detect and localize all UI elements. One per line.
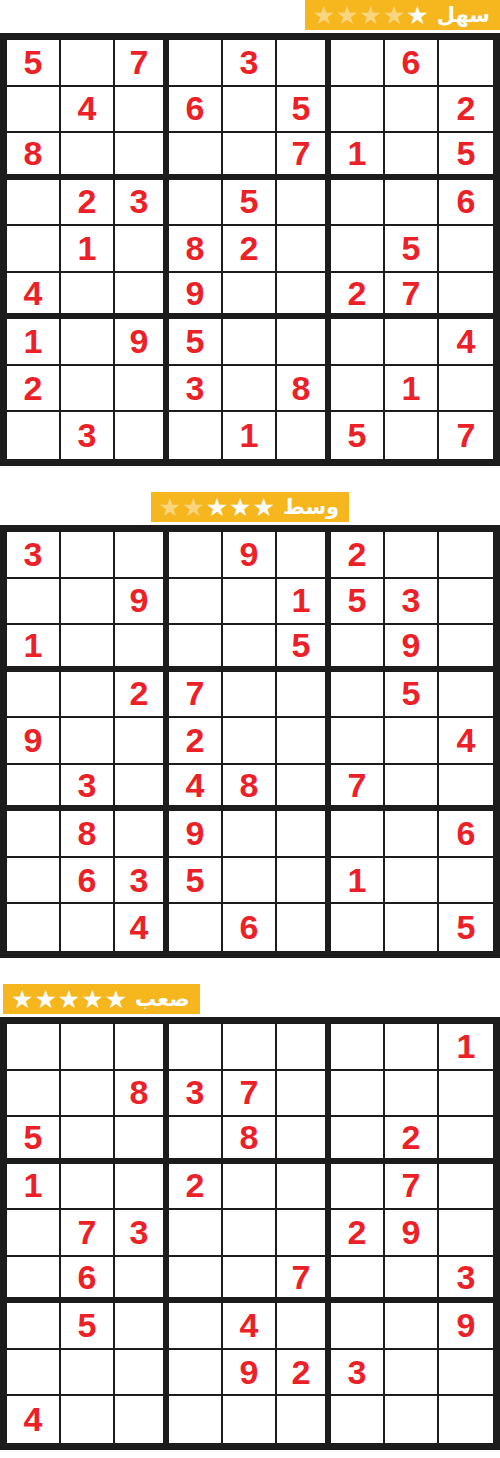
sudoku-cell-r9c6[interactable] (277, 412, 331, 459)
sudoku-cell-r7c3[interactable] (115, 811, 169, 858)
sudoku-cell-r5c4: 2 (169, 718, 223, 765)
sudoku-cell-r7c3: 9 (115, 319, 169, 366)
sudoku-cell-r2c1[interactable] (7, 579, 61, 626)
sudoku-cell-r3c9[interactable] (439, 1117, 493, 1164)
sudoku-cell-r6c4[interactable] (169, 1257, 223, 1304)
sudoku-cell-r5c4[interactable] (169, 1210, 223, 1257)
sudoku-cell-r7c2: 8 (61, 811, 115, 858)
sudoku-cell-r4c3: 2 (115, 672, 169, 719)
sudoku-cell-r2c6[interactable] (277, 1071, 331, 1118)
star-filled-icon: ★ (206, 493, 228, 521)
sudoku-cell-r2c3[interactable] (115, 87, 169, 134)
sudoku-cell-r1c6[interactable] (277, 40, 331, 87)
sudoku-cell-r6c5[interactable] (223, 1257, 277, 1304)
sudoku-cell-r5c1[interactable] (7, 1210, 61, 1257)
sudoku-cell-r5c9[interactable] (439, 1210, 493, 1257)
sudoku-cell-r8c6: 8 (277, 366, 331, 413)
sudoku-cell-r8c1[interactable] (7, 1350, 61, 1397)
sudoku-cell-r3c4[interactable] (169, 1117, 223, 1164)
sudoku-cell-r2c1[interactable] (7, 1071, 61, 1118)
sudoku-cell-r9c9: 5 (439, 904, 493, 951)
banner-row-easy: ★★★★★ سهل (0, 0, 500, 33)
sudoku-cell-r7c5: 4 (223, 1303, 277, 1350)
sudoku-cell-r4c8[interactable] (385, 180, 439, 227)
sudoku-cell-r7c5[interactable] (223, 319, 277, 366)
sudoku-cell-r5c5: 2 (223, 226, 277, 273)
sudoku-cell-r7c7[interactable] (331, 319, 385, 366)
sudoku-cell-r5c6[interactable] (277, 226, 331, 273)
sudoku-cell-r5c3: 3 (115, 1210, 169, 1257)
sudoku-cell-r5c7: 2 (331, 1210, 385, 1257)
sudoku-cell-r9c3[interactable] (115, 1396, 169, 1443)
sudoku-cell-r2c8: 3 (385, 579, 439, 626)
sudoku-page: ★★★★★ سهل 573646528715235618254927195423… (0, 0, 500, 1458)
sudoku-cell-r1c5: 9 (223, 532, 277, 579)
sudoku-cell-r5c3[interactable] (115, 718, 169, 765)
sudoku-cell-r3c5[interactable] (223, 625, 277, 672)
sudoku-cell-r3c5: 8 (223, 1117, 277, 1164)
sudoku-cell-r8c5[interactable] (223, 858, 277, 905)
puzzle-hard: ★★★★★ صعب 183758212773296735499234 (0, 984, 500, 1450)
sudoku-cell-r4c5[interactable] (223, 672, 277, 719)
sudoku-cell-r2c9[interactable] (439, 1071, 493, 1118)
sudoku-cell-r8c8: 1 (385, 366, 439, 413)
sudoku-cell-r3c1: 8 (7, 133, 61, 180)
sudoku-cell-r5c1: 9 (7, 718, 61, 765)
sudoku-cell-r1c1: 3 (7, 532, 61, 579)
sudoku-cell-r4c6[interactable] (277, 672, 331, 719)
sudoku-cell-r8c8[interactable] (385, 858, 439, 905)
sudoku-cell-r9c1[interactable] (7, 904, 61, 951)
sudoku-cell-r8c9[interactable] (439, 1350, 493, 1397)
sudoku-cell-r4c8: 5 (385, 672, 439, 719)
sudoku-board: 573646528715235618254927195423813157 (0, 33, 500, 466)
sudoku-cell-r9c1[interactable] (7, 412, 61, 459)
sudoku-cell-r2c9: 2 (439, 87, 493, 134)
sudoku-cell-r6c9[interactable] (439, 765, 493, 812)
sudoku-cell-r4c5[interactable] (223, 1164, 277, 1211)
sudoku-cell-r8c7: 1 (331, 858, 385, 905)
sudoku-cell-r6c2: 3 (61, 765, 115, 812)
sudoku-cell-r1c4[interactable] (169, 532, 223, 579)
sudoku-cell-r3c5[interactable] (223, 133, 277, 180)
sudoku-cell-r8c4: 5 (169, 858, 223, 905)
sudoku-cell-r3c8[interactable] (385, 133, 439, 180)
sudoku-cell-r3c4[interactable] (169, 625, 223, 672)
sudoku-cell-r2c2[interactable] (61, 579, 115, 626)
sudoku-cell-r1c7[interactable] (331, 40, 385, 87)
star-filled-icon: ★ (105, 985, 127, 1013)
sudoku-cell-r3c1: 1 (7, 625, 61, 672)
sudoku-cell-r3c3[interactable] (115, 1117, 169, 1164)
difficulty-banner-hard: ★★★★★ صعب (3, 984, 200, 1014)
sudoku-cell-r7c9: 6 (439, 811, 493, 858)
sudoku-cell-r8c7[interactable] (331, 366, 385, 413)
sudoku-cell-r3c7[interactable] (331, 1117, 385, 1164)
sudoku-cell-r2c7: 5 (331, 579, 385, 626)
sudoku-cell-r6c7[interactable] (331, 1257, 385, 1304)
sudoku-cell-r4c2: 2 (61, 180, 115, 227)
sudoku-cell-r4c3[interactable] (115, 1164, 169, 1211)
sudoku-cell-r4c3: 3 (115, 180, 169, 227)
sudoku-cell-r8c2: 6 (61, 858, 115, 905)
star-empty-icon: ★ (359, 1, 381, 29)
sudoku-cell-r2c1[interactable] (7, 87, 61, 134)
sudoku-cell-r8c2[interactable] (61, 1350, 115, 1397)
sudoku-cell-r6c9[interactable] (439, 273, 493, 320)
sudoku-cell-r4c7[interactable] (331, 180, 385, 227)
sudoku-cell-r1c2[interactable] (61, 40, 115, 87)
sudoku-cell-r6c4: 4 (169, 765, 223, 812)
sudoku-cell-r4c6[interactable] (277, 1164, 331, 1211)
sudoku-cell-r4c4[interactable] (169, 180, 223, 227)
sudoku-cell-r2c2[interactable] (61, 1071, 115, 1118)
sudoku-cell-r3c7[interactable] (331, 625, 385, 672)
sudoku-cell-r6c1: 4 (7, 273, 61, 320)
sudoku-cell-r1c4[interactable] (169, 1024, 223, 1071)
sudoku-cell-r9c6[interactable] (277, 1396, 331, 1443)
sudoku-cell-r6c7: 7 (331, 765, 385, 812)
star-filled-icon: ★ (229, 493, 251, 521)
difficulty-banner-medium: ★★★★★ وسط (151, 492, 349, 522)
sudoku-cell-r1c6[interactable] (277, 1024, 331, 1071)
sudoku-cell-r1c6[interactable] (277, 532, 331, 579)
puzzle-easy: ★★★★★ سهل 573646528715235618254927195423… (0, 0, 500, 466)
sudoku-cell-r5c6[interactable] (277, 1210, 331, 1257)
sudoku-cell-r4c7[interactable] (331, 1164, 385, 1211)
sudoku-cell-r3c6[interactable] (277, 1117, 331, 1164)
banner-row-hard: ★★★★★ صعب (0, 984, 500, 1017)
sudoku-cell-r9c5: 6 (223, 904, 277, 951)
sudoku-cell-r1c5: 3 (223, 40, 277, 87)
sudoku-cell-r5c8: 9 (385, 1210, 439, 1257)
sudoku-cell-r8c8[interactable] (385, 1350, 439, 1397)
sudoku-cell-r3c2[interactable] (61, 1117, 115, 1164)
sudoku-cell-r2c9[interactable] (439, 579, 493, 626)
sudoku-cell-r2c4: 6 (169, 87, 223, 134)
sudoku-cell-r7c1[interactable] (7, 811, 61, 858)
sudoku-cell-r5c9[interactable] (439, 226, 493, 273)
star-empty-icon: ★ (313, 1, 335, 29)
sudoku-cell-r1c3: 7 (115, 40, 169, 87)
sudoku-cell-r8c4: 3 (169, 366, 223, 413)
sudoku-cell-r9c5: 1 (223, 412, 277, 459)
sudoku-cell-r3c4[interactable] (169, 133, 223, 180)
sudoku-cell-r4c7[interactable] (331, 672, 385, 719)
sudoku-cell-r6c5[interactable] (223, 273, 277, 320)
sudoku-cell-r4c2[interactable] (61, 672, 115, 719)
sudoku-cell-r8c9[interactable] (439, 366, 493, 413)
sudoku-cell-r9c2[interactable] (61, 1396, 115, 1443)
sudoku-cell-r2c2: 4 (61, 87, 115, 134)
sudoku-cell-r3c6: 5 (277, 625, 331, 672)
sudoku-cell-r2c8[interactable] (385, 1071, 439, 1118)
sudoku-cell-r8c3[interactable] (115, 366, 169, 413)
sudoku-cell-r6c6: 7 (277, 1257, 331, 1304)
sudoku-cell-r7c7[interactable] (331, 1303, 385, 1350)
sudoku-cell-r2c4: 3 (169, 1071, 223, 1118)
sudoku-cell-r1c9[interactable] (439, 532, 493, 579)
sudoku-cell-r9c8[interactable] (385, 1396, 439, 1443)
sudoku-cell-r4c1[interactable] (7, 180, 61, 227)
sudoku-cell-r4c6[interactable] (277, 180, 331, 227)
star-filled-icon: ★ (58, 985, 80, 1013)
sudoku-cell-r4c1: 1 (7, 1164, 61, 1211)
sudoku-cell-r8c1: 2 (7, 366, 61, 413)
difficulty-label: صعب (135, 985, 189, 1013)
sudoku-cell-r6c6[interactable] (277, 765, 331, 812)
sudoku-cell-r6c6[interactable] (277, 273, 331, 320)
difficulty-banner-easy: ★★★★★ سهل (305, 0, 500, 30)
sudoku-cell-r2c7[interactable] (331, 1071, 385, 1118)
sudoku-cell-r5c2: 1 (61, 226, 115, 273)
sudoku-cell-r1c8[interactable] (385, 1024, 439, 1071)
sudoku-cell-r7c9: 4 (439, 319, 493, 366)
sudoku-cell-r9c5[interactable] (223, 1396, 277, 1443)
star-filled-icon: ★ (81, 985, 103, 1013)
sudoku-cell-r1c9[interactable] (439, 40, 493, 87)
sudoku-cell-r6c5: 8 (223, 765, 277, 812)
difficulty-stars: ★★★★★ (159, 493, 275, 521)
sudoku-cell-r2c5[interactable] (223, 87, 277, 134)
sudoku-cell-r7c2[interactable] (61, 319, 115, 366)
sudoku-cell-r9c2[interactable] (61, 904, 115, 951)
sudoku-cell-r6c2[interactable] (61, 273, 115, 320)
sudoku-cell-r9c7[interactable] (331, 1396, 385, 1443)
sudoku-cell-r3c9: 5 (439, 133, 493, 180)
sudoku-cell-r8c9[interactable] (439, 858, 493, 905)
sudoku-cell-r6c8: 7 (385, 273, 439, 320)
sudoku-cell-r5c2[interactable] (61, 718, 115, 765)
sudoku-cell-r1c8[interactable] (385, 532, 439, 579)
sudoku-cell-r5c5[interactable] (223, 718, 277, 765)
star-filled-icon: ★ (34, 985, 56, 1013)
sudoku-cell-r6c8[interactable] (385, 1257, 439, 1304)
sudoku-cell-r1c3[interactable] (115, 532, 169, 579)
sudoku-cell-r5c8[interactable] (385, 718, 439, 765)
sudoku-cell-r2c5[interactable] (223, 579, 277, 626)
sudoku-cell-r6c3[interactable] (115, 765, 169, 812)
sudoku-cell-r9c8[interactable] (385, 904, 439, 951)
sudoku-cell-r9c9: 7 (439, 412, 493, 459)
star-filled-icon: ★ (253, 493, 275, 521)
sudoku-cell-r3c7: 1 (331, 133, 385, 180)
sudoku-cell-r2c8[interactable] (385, 87, 439, 134)
sudoku-cell-r7c1[interactable] (7, 1303, 61, 1350)
sudoku-cell-r9c7[interactable] (331, 904, 385, 951)
sudoku-cell-r1c2[interactable] (61, 1024, 115, 1071)
sudoku-cell-r1c1[interactable] (7, 1024, 61, 1071)
sudoku-cell-r9c4[interactable] (169, 904, 223, 951)
sudoku-cell-r6c3[interactable] (115, 273, 169, 320)
sudoku-cell-r1c7: 2 (331, 532, 385, 579)
sudoku-cell-r6c7: 2 (331, 273, 385, 320)
sudoku-cell-r6c8[interactable] (385, 765, 439, 812)
sudoku-cell-r9c9[interactable] (439, 1396, 493, 1443)
sudoku-cell-r3c8: 9 (385, 625, 439, 672)
sudoku-cell-r4c9[interactable] (439, 1164, 493, 1211)
sudoku-cell-r9c4[interactable] (169, 412, 223, 459)
sudoku-cell-r9c1: 4 (7, 1396, 61, 1443)
sudoku-cell-r8c4[interactable] (169, 1350, 223, 1397)
sudoku-cell-r1c7[interactable] (331, 1024, 385, 1071)
sudoku-cell-r8c3[interactable] (115, 1350, 169, 1397)
sudoku-cell-r1c3[interactable] (115, 1024, 169, 1071)
sudoku-cell-r5c4: 8 (169, 226, 223, 273)
sudoku-cell-r7c8[interactable] (385, 811, 439, 858)
sudoku-cell-r5c7[interactable] (331, 718, 385, 765)
sudoku-cell-r9c3: 4 (115, 904, 169, 951)
sudoku-cell-r9c2: 3 (61, 412, 115, 459)
sudoku-cell-r8c1[interactable] (7, 858, 61, 905)
star-empty-icon: ★ (182, 493, 204, 521)
difficulty-stars: ★★★★★ (313, 1, 429, 29)
sudoku-cell-r2c6: 5 (277, 87, 331, 134)
sudoku-cell-r4c9: 6 (439, 180, 493, 227)
sudoku-cell-r3c3[interactable] (115, 625, 169, 672)
sudoku-cell-r8c7: 3 (331, 1350, 385, 1397)
sudoku-cell-r7c6[interactable] (277, 1303, 331, 1350)
sudoku-cell-r4c9[interactable] (439, 672, 493, 719)
sudoku-cell-r8c5: 9 (223, 1350, 277, 1397)
sudoku-cell-r5c8: 5 (385, 226, 439, 273)
sudoku-cell-r6c9: 3 (439, 1257, 493, 1304)
difficulty-stars: ★★★★★ (11, 985, 127, 1013)
sudoku-cell-r3c9[interactable] (439, 625, 493, 672)
sudoku-cell-r8c3: 3 (115, 858, 169, 905)
sudoku-cell-r5c6[interactable] (277, 718, 331, 765)
sudoku-cell-r7c2: 5 (61, 1303, 115, 1350)
sudoku-cell-r1c8: 6 (385, 40, 439, 87)
sudoku-cell-r4c4: 7 (169, 672, 223, 719)
sudoku-cell-r2c7[interactable] (331, 87, 385, 134)
sudoku-cell-r5c7[interactable] (331, 226, 385, 273)
difficulty-label: وسط (283, 493, 339, 521)
star-empty-icon: ★ (159, 493, 181, 521)
sudoku-cell-r3c2[interactable] (61, 133, 115, 180)
sudoku-cell-r5c1[interactable] (7, 226, 61, 273)
sudoku-cell-r7c4: 5 (169, 319, 223, 366)
sudoku-cell-r5c9: 4 (439, 718, 493, 765)
sudoku-cell-r8c6[interactable] (277, 858, 331, 905)
sudoku-cell-r9c6[interactable] (277, 904, 331, 951)
star-empty-icon: ★ (336, 1, 358, 29)
sudoku-board: 392915315927592434878966351465 (0, 525, 500, 958)
puzzle-medium: ★★★★★ وسط 392915315927592434878966351465 (0, 492, 500, 958)
sudoku-cell-r8c6: 2 (277, 1350, 331, 1397)
sudoku-cell-r4c1[interactable] (7, 672, 61, 719)
sudoku-cell-r3c3[interactable] (115, 133, 169, 180)
sudoku-cell-r9c4[interactable] (169, 1396, 223, 1443)
sudoku-cell-r2c6: 1 (277, 579, 331, 626)
sudoku-cell-r6c2: 6 (61, 1257, 115, 1304)
sudoku-cell-r8c5[interactable] (223, 366, 277, 413)
star-empty-icon: ★ (383, 1, 405, 29)
sudoku-cell-r7c5[interactable] (223, 811, 277, 858)
sudoku-cell-r2c4[interactable] (169, 579, 223, 626)
star-filled-icon: ★ (406, 1, 428, 29)
sudoku-cell-r3c1: 5 (7, 1117, 61, 1164)
sudoku-cell-r3c2[interactable] (61, 625, 115, 672)
sudoku-cell-r1c2[interactable] (61, 532, 115, 579)
sudoku-cell-r2c5: 7 (223, 1071, 277, 1118)
sudoku-cell-r7c9: 9 (439, 1303, 493, 1350)
sudoku-cell-r1c5[interactable] (223, 1024, 277, 1071)
sudoku-cell-r5c5[interactable] (223, 1210, 277, 1257)
sudoku-cell-r7c8[interactable] (385, 319, 439, 366)
sudoku-cell-r9c7: 5 (331, 412, 385, 459)
sudoku-cell-r7c6[interactable] (277, 319, 331, 366)
banner-row-medium: ★★★★★ وسط (0, 492, 500, 525)
sudoku-board: 183758212773296735499234 (0, 1017, 500, 1450)
sudoku-cell-r1c1: 5 (7, 40, 61, 87)
sudoku-cell-r8c2[interactable] (61, 366, 115, 413)
sudoku-cell-r7c8[interactable] (385, 1303, 439, 1350)
sudoku-cell-r7c6[interactable] (277, 811, 331, 858)
sudoku-cell-r9c8[interactable] (385, 412, 439, 459)
sudoku-cell-r4c2[interactable] (61, 1164, 115, 1211)
sudoku-cell-r7c1: 1 (7, 319, 61, 366)
sudoku-cell-r4c8: 7 (385, 1164, 439, 1211)
sudoku-cell-r5c2: 7 (61, 1210, 115, 1257)
sudoku-cell-r5c3[interactable] (115, 226, 169, 273)
sudoku-cell-r7c3[interactable] (115, 1303, 169, 1350)
sudoku-cell-r4c4: 2 (169, 1164, 223, 1211)
sudoku-cell-r2c3: 9 (115, 579, 169, 626)
sudoku-cell-r6c3[interactable] (115, 1257, 169, 1304)
sudoku-cell-r3c6: 7 (277, 133, 331, 180)
sudoku-cell-r1c9: 1 (439, 1024, 493, 1071)
sudoku-cell-r1c4[interactable] (169, 40, 223, 87)
sudoku-cell-r7c4[interactable] (169, 1303, 223, 1350)
sudoku-cell-r7c7[interactable] (331, 811, 385, 858)
star-filled-icon: ★ (11, 985, 33, 1013)
sudoku-cell-r6c4: 9 (169, 273, 223, 320)
sudoku-cell-r2c3: 8 (115, 1071, 169, 1118)
sudoku-cell-r6c1[interactable] (7, 765, 61, 812)
sudoku-cell-r9c3[interactable] (115, 412, 169, 459)
sudoku-cell-r6c1[interactable] (7, 1257, 61, 1304)
sudoku-cell-r4c5: 5 (223, 180, 277, 227)
sudoku-cell-r7c4: 9 (169, 811, 223, 858)
difficulty-label: سهل (437, 1, 490, 29)
sudoku-cell-r3c8: 2 (385, 1117, 439, 1164)
